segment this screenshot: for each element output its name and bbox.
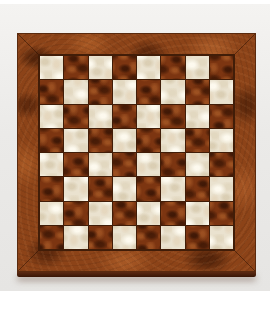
- square-g2: [186, 202, 209, 225]
- square-c2: [89, 202, 112, 225]
- frame-miter-bottom-right: [235, 251, 255, 271]
- square-d2: [113, 202, 136, 225]
- square-h2: [210, 202, 233, 225]
- square-e5: [137, 129, 160, 152]
- square-c5: [89, 129, 112, 152]
- square-g8: [186, 56, 209, 79]
- square-h1: [210, 226, 233, 249]
- square-e3: [137, 177, 160, 200]
- square-a3: [40, 177, 63, 200]
- square-d5: [113, 129, 136, 152]
- square-e2: [137, 202, 160, 225]
- square-h4: [210, 153, 233, 176]
- square-b7: [64, 80, 87, 103]
- frame-miter-top-right: [235, 34, 255, 54]
- square-g1: [186, 226, 209, 249]
- square-a2: [40, 202, 63, 225]
- board-grid: [38, 54, 235, 251]
- square-h3: [210, 177, 233, 200]
- square-a5: [40, 129, 63, 152]
- square-a8: [40, 56, 63, 79]
- square-h5: [210, 129, 233, 152]
- square-e1: [137, 226, 160, 249]
- frame-miter-top-left: [18, 34, 38, 54]
- square-a1: [40, 226, 63, 249]
- square-b8: [64, 56, 87, 79]
- square-g3: [186, 177, 209, 200]
- square-d4: [113, 153, 136, 176]
- square-f1: [161, 226, 184, 249]
- square-d3: [113, 177, 136, 200]
- square-f3: [161, 177, 184, 200]
- square-b1: [64, 226, 87, 249]
- square-a7: [40, 80, 63, 103]
- square-d8: [113, 56, 136, 79]
- square-c3: [89, 177, 112, 200]
- square-b3: [64, 177, 87, 200]
- square-e6: [137, 105, 160, 128]
- square-g4: [186, 153, 209, 176]
- board-frame: [17, 33, 256, 272]
- square-f7: [161, 80, 184, 103]
- square-h7: [210, 80, 233, 103]
- square-c1: [89, 226, 112, 249]
- square-d1: [113, 226, 136, 249]
- square-c7: [89, 80, 112, 103]
- square-c4: [89, 153, 112, 176]
- square-f6: [161, 105, 184, 128]
- square-f2: [161, 202, 184, 225]
- square-h8: [210, 56, 233, 79]
- square-e8: [137, 56, 160, 79]
- square-f4: [161, 153, 184, 176]
- square-c8: [89, 56, 112, 79]
- square-d6: [113, 105, 136, 128]
- board-side-edge: [17, 272, 256, 277]
- square-b5: [64, 129, 87, 152]
- square-a6: [40, 105, 63, 128]
- square-g5: [186, 129, 209, 152]
- frame-miter-bottom-left: [18, 251, 38, 271]
- chess-board: [17, 33, 256, 277]
- square-a4: [40, 153, 63, 176]
- square-g7: [186, 80, 209, 103]
- square-b2: [64, 202, 87, 225]
- square-f8: [161, 56, 184, 79]
- square-h6: [210, 105, 233, 128]
- square-e7: [137, 80, 160, 103]
- square-e4: [137, 153, 160, 176]
- square-g6: [186, 105, 209, 128]
- square-c6: [89, 105, 112, 128]
- square-d7: [113, 80, 136, 103]
- square-b6: [64, 105, 87, 128]
- square-b4: [64, 153, 87, 176]
- square-f5: [161, 129, 184, 152]
